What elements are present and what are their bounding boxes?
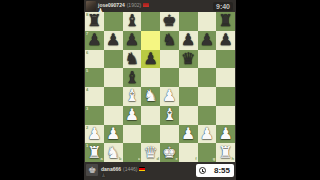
- coord-rank-6: 6: [86, 51, 88, 55]
- square-d8[interactable]: [141, 12, 160, 31]
- square-g1[interactable]: g: [198, 143, 217, 162]
- square-c3[interactable]: ♟: [123, 106, 142, 125]
- piece-white-pawn: ♟: [162, 87, 176, 105]
- square-f3[interactable]: [179, 106, 198, 125]
- square-b8[interactable]: [104, 12, 123, 31]
- square-a2[interactable]: 2♟: [85, 125, 104, 144]
- square-c6[interactable]: ♞: [123, 50, 142, 69]
- coord-file-a: a: [101, 157, 103, 161]
- square-g6[interactable]: [198, 50, 217, 69]
- square-c4[interactable]: ♝: [123, 87, 142, 106]
- piece-black-king: ♚: [162, 12, 176, 30]
- square-e5[interactable]: [160, 68, 179, 87]
- square-h1[interactable]: h♜: [216, 143, 235, 162]
- piece-white-bishop: ♝: [125, 87, 139, 105]
- square-h2[interactable]: ♟: [216, 125, 235, 144]
- bottom-player-avatar[interactable]: ♚: [86, 164, 98, 176]
- square-d4[interactable]: ♞: [141, 87, 160, 106]
- square-g7[interactable]: ♟: [198, 31, 217, 50]
- coord-file-b: b: [119, 157, 121, 161]
- piece-white-pawn: ♟: [200, 125, 214, 143]
- coord-rank-4: 4: [86, 88, 88, 92]
- square-f1[interactable]: f: [179, 143, 198, 162]
- square-a6[interactable]: 6: [85, 50, 104, 69]
- top-player-bar: jose090724 (1902) ♟ 9:40: [84, 0, 236, 12]
- square-a5[interactable]: 5: [85, 68, 104, 87]
- square-b6[interactable]: [104, 50, 123, 69]
- top-player-rating: (1902): [127, 2, 141, 8]
- square-b4[interactable]: [104, 87, 123, 106]
- coord-file-c: c: [138, 157, 140, 161]
- coord-rank-2: 2: [86, 126, 88, 130]
- square-f6[interactable]: ♛: [179, 50, 198, 69]
- square-h6[interactable]: [216, 50, 235, 69]
- bottom-player-info[interactable]: dana666 (1446): [101, 166, 145, 172]
- coord-file-e: e: [176, 157, 178, 161]
- piece-black-knight: ♞: [125, 50, 139, 68]
- square-b7[interactable]: ♟: [104, 31, 123, 50]
- square-g5[interactable]: [198, 68, 217, 87]
- square-c8[interactable]: ♝: [123, 12, 142, 31]
- square-f2[interactable]: ♟: [179, 125, 198, 144]
- square-d6[interactable]: ♟: [141, 50, 160, 69]
- square-d2[interactable]: [141, 125, 160, 144]
- coord-file-f: f: [195, 157, 196, 161]
- square-a7[interactable]: 7♟: [85, 31, 104, 50]
- square-b5[interactable]: [104, 68, 123, 87]
- coord-file-h: h: [232, 157, 234, 161]
- top-player-clock: 9:40: [213, 2, 233, 11]
- square-d7[interactable]: [141, 31, 160, 50]
- square-a1[interactable]: 1a♜: [85, 143, 104, 162]
- coord-rank-5: 5: [86, 69, 88, 73]
- square-g8[interactable]: [198, 12, 217, 31]
- square-d3[interactable]: [141, 106, 160, 125]
- square-e8[interactable]: ♚: [160, 12, 179, 31]
- square-e4[interactable]: ♟: [160, 87, 179, 106]
- coord-file-g: g: [213, 157, 215, 161]
- piece-black-pawn: ♟: [218, 31, 232, 49]
- coord-rank-3: 3: [86, 107, 88, 111]
- piece-black-pawn: ♟: [106, 31, 120, 49]
- piece-white-pawn: ♟: [106, 125, 120, 143]
- piece-black-bishop: ♝: [125, 69, 139, 87]
- piece-black-pawn: ♟: [143, 50, 157, 68]
- piece-white-pawn: ♟: [218, 125, 232, 143]
- square-c7[interactable]: ♟: [123, 31, 142, 50]
- bottom-player-clock: 8:55: [196, 164, 234, 177]
- square-c2[interactable]: [123, 125, 142, 144]
- piece-black-bishop: ♝: [125, 12, 139, 30]
- piece-white-pawn: ♟: [125, 106, 139, 124]
- square-g3[interactable]: [198, 106, 217, 125]
- square-b2[interactable]: ♟: [104, 125, 123, 144]
- square-a8[interactable]: 8♜: [85, 12, 104, 31]
- piece-black-pawn: ♟: [181, 31, 195, 49]
- square-b1[interactable]: b♞: [104, 143, 123, 162]
- square-e6[interactable]: [160, 50, 179, 69]
- piece-white-bishop: ♝: [162, 106, 176, 124]
- clock-icon: [199, 167, 206, 174]
- coord-rank-7: 7: [86, 32, 88, 36]
- coord-rank-8: 8: [86, 13, 88, 17]
- square-e7[interactable]: ♞: [160, 31, 179, 50]
- piece-black-pawn: ♟: [125, 31, 139, 49]
- square-f7[interactable]: ♟: [179, 31, 198, 50]
- square-h5[interactable]: [216, 68, 235, 87]
- piece-black-rook: ♜: [87, 12, 101, 30]
- square-a3[interactable]: 3: [85, 106, 104, 125]
- square-f8[interactable]: [179, 12, 198, 31]
- square-b3[interactable]: [104, 106, 123, 125]
- square-h8[interactable]: ♜: [216, 12, 235, 31]
- bottom-player-rating: (1446): [123, 166, 137, 172]
- top-player-avatar[interactable]: [86, 1, 96, 11]
- bottom-player-bar: ♚ dana666 (1446) ♟ 8:55: [84, 162, 236, 180]
- square-h7[interactable]: ♟: [216, 31, 235, 50]
- coord-file-d: d: [157, 157, 159, 161]
- piece-white-knight: ♞: [143, 87, 157, 105]
- square-h3[interactable]: [216, 106, 235, 125]
- square-h4[interactable]: [216, 87, 235, 106]
- square-a4[interactable]: 4: [85, 87, 104, 106]
- piece-white-rook: ♜: [87, 144, 101, 162]
- piece-black-rook: ♜: [218, 12, 232, 30]
- square-d1[interactable]: d♛: [141, 143, 160, 162]
- piece-black-pawn: ♟: [87, 31, 101, 49]
- bottom-clock-time: 8:55: [214, 166, 230, 175]
- piece-white-pawn: ♟: [87, 125, 101, 143]
- square-d5[interactable]: [141, 68, 160, 87]
- square-f4[interactable]: [179, 87, 198, 106]
- square-e3[interactable]: ♝: [160, 106, 179, 125]
- piece-black-knight: ♞: [162, 31, 176, 49]
- piece-white-king: ♚: [162, 144, 176, 162]
- piece-white-pawn: ♟: [181, 125, 195, 143]
- square-g2[interactable]: ♟: [198, 125, 217, 144]
- piece-black-queen: ♛: [181, 50, 195, 68]
- bottom-player-flag-icon: [139, 167, 145, 171]
- top-player-flag-icon: [143, 3, 149, 7]
- square-g4[interactable]: [198, 87, 217, 106]
- letterbox-left: [0, 0, 84, 180]
- square-c1[interactable]: c: [123, 143, 142, 162]
- top-player-info[interactable]: jose090724 (1902): [98, 2, 149, 8]
- avatar-king-icon: ♚: [88, 166, 96, 175]
- board: 8♜♝♚♜7♟♟♟♞♟♟♟6♞♟♛5♝4♝♞♟3♟♝2♟♟♟♟♟1a♜b♞cd♛…: [85, 12, 235, 162]
- letterbox-right: [236, 0, 320, 180]
- square-c5[interactable]: ♝: [123, 68, 142, 87]
- square-f5[interactable]: [179, 68, 198, 87]
- square-e2[interactable]: [160, 125, 179, 144]
- coord-rank-1: 1: [86, 144, 88, 148]
- square-e1[interactable]: e♚: [160, 143, 179, 162]
- chess-app: jose090724 (1902) ♟ 9:40 8♜♝♚♜7♟♟♟♞♟♟♟6♞…: [84, 0, 236, 180]
- bottom-captured-pawn-icon: ♟: [101, 173, 106, 178]
- piece-black-pawn: ♟: [200, 31, 214, 49]
